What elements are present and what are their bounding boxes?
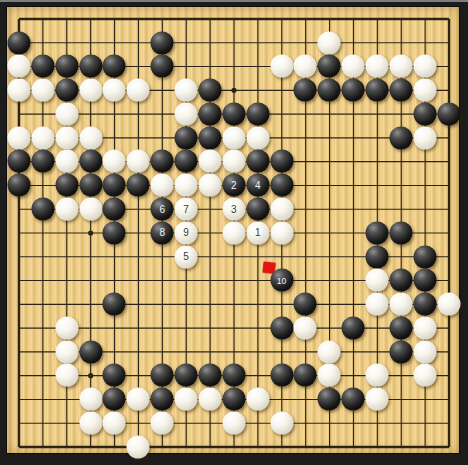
white-stone xyxy=(198,388,221,411)
board-cell xyxy=(174,78,198,102)
board-cell xyxy=(413,340,437,364)
board-cell xyxy=(413,102,437,126)
black-stone xyxy=(79,150,102,173)
board-cell xyxy=(150,31,174,55)
board-cell: 8 xyxy=(150,221,174,245)
black-stone xyxy=(222,388,245,411)
black-stone xyxy=(175,150,198,173)
board-cell xyxy=(222,411,246,435)
white-stone-move-7: 7 xyxy=(175,198,198,221)
white-stone xyxy=(270,55,293,78)
board-cell xyxy=(317,31,341,55)
board-cell xyxy=(341,78,365,102)
board-cell xyxy=(79,387,103,411)
board-cell xyxy=(246,102,270,126)
board-cell xyxy=(79,78,103,102)
board-cell xyxy=(79,126,103,150)
white-stone xyxy=(79,126,102,149)
board-cell xyxy=(317,340,341,364)
white-stone xyxy=(389,55,412,78)
white-stone xyxy=(55,150,78,173)
black-stone xyxy=(55,79,78,102)
board-cell xyxy=(150,55,174,79)
board-cell xyxy=(55,102,79,126)
board-cell xyxy=(198,387,222,411)
board-cell xyxy=(389,292,413,316)
move-number: 3 xyxy=(231,204,237,214)
white-stone xyxy=(366,293,389,316)
white-stone xyxy=(103,150,126,173)
white-stone-move-1: 1 xyxy=(246,221,269,244)
white-stone xyxy=(79,411,102,434)
board-cell xyxy=(413,55,437,79)
white-stone xyxy=(270,411,293,434)
move-number: 7 xyxy=(183,204,189,214)
white-stone xyxy=(55,340,78,363)
white-stone xyxy=(103,411,126,434)
board-cell xyxy=(103,411,127,435)
board-cell xyxy=(413,126,437,150)
black-stone xyxy=(270,174,293,197)
black-stone xyxy=(389,340,412,363)
board-cell xyxy=(55,78,79,102)
board-cell xyxy=(126,435,150,459)
board-cell xyxy=(79,411,103,435)
black-stone xyxy=(366,245,389,268)
black-stone xyxy=(55,55,78,78)
black-stone xyxy=(437,102,460,125)
board-cell xyxy=(150,150,174,174)
black-stone xyxy=(198,126,221,149)
white-stone-move-5: 5 xyxy=(175,245,198,268)
white-stone xyxy=(413,316,436,339)
black-stone xyxy=(294,293,317,316)
white-stone xyxy=(55,198,78,221)
board-cell xyxy=(103,197,127,221)
goban[interactable]: 24673891510 xyxy=(7,7,459,453)
board-cell xyxy=(294,55,318,79)
white-stone xyxy=(79,388,102,411)
move-number: 9 xyxy=(183,228,189,238)
white-stone xyxy=(294,316,317,339)
board-cell xyxy=(7,126,31,150)
board-cell xyxy=(389,221,413,245)
white-stone xyxy=(389,293,412,316)
white-stone xyxy=(413,55,436,78)
board-cell xyxy=(31,150,55,174)
board-cell xyxy=(270,150,294,174)
board-cell xyxy=(103,55,127,79)
board-cell: 9 xyxy=(174,221,198,245)
board-cell: 7 xyxy=(174,197,198,221)
black-stone xyxy=(318,388,341,411)
board-cell xyxy=(317,55,341,79)
black-stone xyxy=(413,293,436,316)
black-stone-move-6: 6 xyxy=(151,198,174,221)
black-stone xyxy=(79,174,102,197)
move-number: 8 xyxy=(159,228,165,238)
black-stone xyxy=(413,269,436,292)
board-cell xyxy=(103,221,127,245)
board-cell xyxy=(7,55,31,79)
board-cell xyxy=(317,387,341,411)
move-number: 5 xyxy=(183,252,189,262)
white-stone xyxy=(31,126,54,149)
black-stone xyxy=(127,174,150,197)
board-cell xyxy=(31,126,55,150)
white-stone xyxy=(294,55,317,78)
board-cell xyxy=(150,387,174,411)
board-cell xyxy=(437,102,461,126)
board-cell xyxy=(270,363,294,387)
board-cell xyxy=(103,387,127,411)
board-cell xyxy=(198,150,222,174)
white-stone xyxy=(366,364,389,387)
black-stone xyxy=(103,198,126,221)
board-cell xyxy=(437,292,461,316)
board-cell xyxy=(7,31,31,55)
black-stone xyxy=(31,198,54,221)
white-stone xyxy=(127,150,150,173)
board-cell xyxy=(126,78,150,102)
white-stone xyxy=(318,364,341,387)
black-stone xyxy=(103,293,126,316)
board-cell xyxy=(270,316,294,340)
board-cell xyxy=(7,78,31,102)
white-stone xyxy=(270,221,293,244)
white-stone xyxy=(246,388,269,411)
white-stone xyxy=(366,269,389,292)
black-stone xyxy=(270,150,293,173)
board-cell xyxy=(198,363,222,387)
white-stone xyxy=(413,364,436,387)
black-stone xyxy=(55,174,78,197)
board-cell xyxy=(270,55,294,79)
board-cell xyxy=(341,55,365,79)
board-cell xyxy=(150,411,174,435)
white-stone xyxy=(342,55,365,78)
white-stone xyxy=(318,340,341,363)
black-stone xyxy=(246,198,269,221)
board-cell xyxy=(55,173,79,197)
move-number: 1 xyxy=(255,228,261,238)
board-cell xyxy=(7,150,31,174)
board-cell xyxy=(103,78,127,102)
page-root: 24673891510 xyxy=(0,0,468,465)
black-stone xyxy=(103,388,126,411)
black-stone xyxy=(198,79,221,102)
board-cell xyxy=(103,292,127,316)
move-number: 10 xyxy=(277,276,286,285)
black-stone xyxy=(366,221,389,244)
black-stone xyxy=(342,316,365,339)
board-cell xyxy=(413,292,437,316)
board-cell xyxy=(103,173,127,197)
board-cell xyxy=(246,126,270,150)
board-cell xyxy=(294,78,318,102)
board-cell xyxy=(174,126,198,150)
white-stone xyxy=(127,79,150,102)
board-cell xyxy=(413,268,437,292)
white-stone xyxy=(55,316,78,339)
board-cell xyxy=(222,126,246,150)
board-cell xyxy=(150,173,174,197)
black-stone xyxy=(389,316,412,339)
board-cell xyxy=(79,197,103,221)
board-cell xyxy=(79,150,103,174)
white-stone xyxy=(7,55,30,78)
black-stone xyxy=(175,126,198,149)
black-stone xyxy=(318,55,341,78)
black-stone xyxy=(103,55,126,78)
board-cell: 10 xyxy=(270,268,294,292)
board-cell xyxy=(222,150,246,174)
black-stone-move-2: 2 xyxy=(222,174,245,197)
white-stone xyxy=(198,174,221,197)
white-stone xyxy=(55,102,78,125)
board-cell xyxy=(222,387,246,411)
board-cell xyxy=(365,221,389,245)
black-stone xyxy=(389,79,412,102)
white-stone xyxy=(151,411,174,434)
black-stone xyxy=(31,55,54,78)
white-stone xyxy=(7,79,30,102)
black-stone xyxy=(151,55,174,78)
board-cell xyxy=(126,387,150,411)
white-stone xyxy=(7,126,30,149)
board-cell xyxy=(55,197,79,221)
board-cell xyxy=(174,150,198,174)
black-stone xyxy=(103,221,126,244)
board-cell xyxy=(198,126,222,150)
white-stone xyxy=(55,126,78,149)
black-stone xyxy=(198,364,221,387)
board-cell xyxy=(365,55,389,79)
board-cell xyxy=(222,221,246,245)
board-cell xyxy=(389,340,413,364)
black-stone xyxy=(103,174,126,197)
board-cell: 4 xyxy=(246,173,270,197)
black-stone xyxy=(79,55,102,78)
black-stone xyxy=(246,102,269,125)
board-cell xyxy=(317,78,341,102)
black-stone xyxy=(151,364,174,387)
board-cell xyxy=(246,387,270,411)
white-stone-move-9: 9 xyxy=(175,221,198,244)
black-stone xyxy=(270,364,293,387)
white-stone xyxy=(103,79,126,102)
black-stone xyxy=(175,364,198,387)
white-stone xyxy=(175,174,198,197)
board-cell xyxy=(413,363,437,387)
white-stone xyxy=(413,126,436,149)
board-cell xyxy=(126,173,150,197)
board-cell xyxy=(55,55,79,79)
board-cell xyxy=(365,245,389,269)
white-stone xyxy=(127,388,150,411)
white-stone xyxy=(222,126,245,149)
board-cell xyxy=(55,126,79,150)
board-cell xyxy=(413,245,437,269)
board-cell xyxy=(31,55,55,79)
board-cell xyxy=(389,126,413,150)
black-stone xyxy=(318,79,341,102)
white-stone xyxy=(413,79,436,102)
board-cell: 6 xyxy=(150,197,174,221)
board-cell xyxy=(55,150,79,174)
board-cell xyxy=(174,173,198,197)
stones-layer: 24673891510 xyxy=(7,7,461,459)
black-stone xyxy=(198,102,221,125)
board-cell xyxy=(413,78,437,102)
white-stone xyxy=(270,198,293,221)
white-stone xyxy=(437,293,460,316)
black-stone xyxy=(222,364,245,387)
white-stone xyxy=(318,31,341,54)
white-stone xyxy=(31,79,54,102)
board-cell xyxy=(341,316,365,340)
board-cell xyxy=(222,102,246,126)
board-cell xyxy=(174,363,198,387)
white-stone xyxy=(198,150,221,173)
move-number: 2 xyxy=(231,180,237,190)
board-cell xyxy=(198,78,222,102)
board-cell xyxy=(389,78,413,102)
black-stone xyxy=(389,126,412,149)
black-stone xyxy=(151,388,174,411)
board-cell xyxy=(198,173,222,197)
white-stone xyxy=(222,221,245,244)
board-cell xyxy=(270,221,294,245)
black-stone-move-10: 10 xyxy=(270,269,293,292)
white-stone xyxy=(127,435,150,458)
board-cell xyxy=(246,197,270,221)
black-stone xyxy=(79,340,102,363)
black-stone xyxy=(103,364,126,387)
black-stone xyxy=(7,150,30,173)
black-stone xyxy=(294,364,317,387)
board-cell xyxy=(126,150,150,174)
black-stone xyxy=(151,150,174,173)
board-cell xyxy=(103,363,127,387)
white-stone xyxy=(175,388,198,411)
board-cell xyxy=(55,340,79,364)
board-cell xyxy=(150,363,174,387)
black-stone xyxy=(270,316,293,339)
board-cell: 3 xyxy=(222,197,246,221)
board-cell xyxy=(31,197,55,221)
white-stone xyxy=(79,79,102,102)
black-stone xyxy=(31,150,54,173)
black-stone xyxy=(389,269,412,292)
board-cell xyxy=(174,387,198,411)
board-cell xyxy=(246,150,270,174)
board-cell xyxy=(294,316,318,340)
black-stone xyxy=(366,79,389,102)
board-cell: 5 xyxy=(174,245,198,269)
white-stone xyxy=(366,388,389,411)
board-cell xyxy=(389,55,413,79)
board-cell xyxy=(365,387,389,411)
black-stone xyxy=(7,31,30,54)
board-cell xyxy=(55,363,79,387)
black-stone-move-8: 8 xyxy=(151,221,174,244)
board-cell xyxy=(270,173,294,197)
board-cell xyxy=(389,268,413,292)
white-stone xyxy=(55,364,78,387)
black-stone xyxy=(246,150,269,173)
board-cell xyxy=(79,55,103,79)
black-stone xyxy=(342,79,365,102)
white-stone xyxy=(222,150,245,173)
black-stone xyxy=(389,221,412,244)
black-stone xyxy=(294,79,317,102)
board-cell xyxy=(365,268,389,292)
board-cell xyxy=(365,292,389,316)
white-stone xyxy=(151,174,174,197)
white-stone xyxy=(222,411,245,434)
move-number: 4 xyxy=(255,180,261,190)
board-cell xyxy=(222,363,246,387)
board-cell xyxy=(31,78,55,102)
black-stone-move-4: 4 xyxy=(246,174,269,197)
board-cell xyxy=(55,316,79,340)
board-cell xyxy=(317,363,341,387)
board-cell xyxy=(270,411,294,435)
board-cell xyxy=(389,316,413,340)
white-stone xyxy=(246,126,269,149)
board-cell xyxy=(270,197,294,221)
board-cell xyxy=(198,102,222,126)
board-cell xyxy=(341,387,365,411)
move-number: 6 xyxy=(159,204,165,214)
board-cell xyxy=(365,363,389,387)
white-stone xyxy=(175,79,198,102)
board-cell xyxy=(103,150,127,174)
black-stone xyxy=(413,102,436,125)
board-cell: 2 xyxy=(222,173,246,197)
white-stone-move-3: 3 xyxy=(222,198,245,221)
board-cell xyxy=(174,102,198,126)
white-stone xyxy=(366,55,389,78)
black-stone xyxy=(413,245,436,268)
black-stone xyxy=(7,174,30,197)
white-stone xyxy=(175,102,198,125)
board-cell xyxy=(294,292,318,316)
board-cell xyxy=(365,78,389,102)
board-cell xyxy=(7,173,31,197)
board-cell xyxy=(294,363,318,387)
board-cell xyxy=(413,316,437,340)
white-stone xyxy=(413,340,436,363)
board-cell xyxy=(79,173,103,197)
board-cell: 1 xyxy=(246,221,270,245)
black-stone xyxy=(222,102,245,125)
black-stone xyxy=(342,388,365,411)
white-stone xyxy=(79,198,102,221)
board-cell xyxy=(79,340,103,364)
black-stone xyxy=(151,31,174,54)
